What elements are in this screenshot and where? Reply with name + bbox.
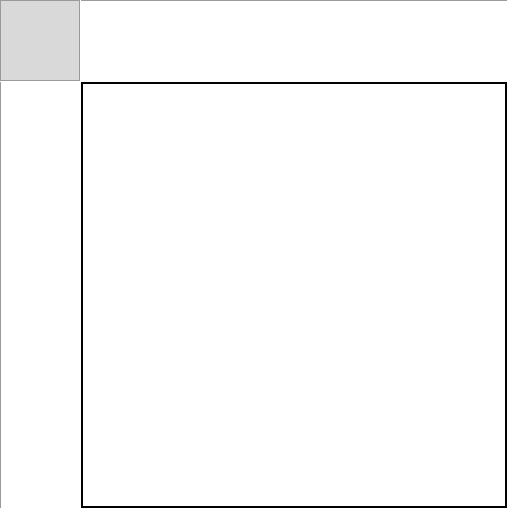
column-clues-panel	[81, 0, 507, 82]
row-clues-panel	[0, 82, 81, 508]
puzzle-grid	[81, 82, 507, 508]
watermark-corner	[0, 0, 80, 81]
nonogram-page	[0, 0, 523, 517]
watermark-text	[0, 0, 80, 81]
